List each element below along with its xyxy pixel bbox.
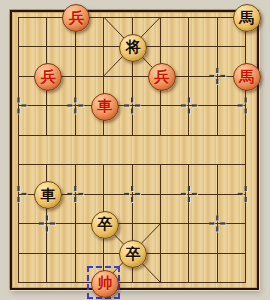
piece-black-general[interactable]: 将: [119, 34, 147, 62]
piece-black-soldier[interactable]: 卒: [119, 240, 147, 268]
piece-red-chariot[interactable]: 車: [91, 93, 119, 121]
piece-label: 車: [40, 188, 55, 203]
piece-label: 将: [126, 40, 141, 55]
piece-label: 兵: [69, 11, 84, 26]
piece-label: 卒: [126, 247, 141, 262]
piece-label: 馬: [239, 11, 254, 26]
piece-black-soldier[interactable]: 卒: [91, 211, 119, 239]
piece-label: 兵: [40, 70, 55, 85]
piece-label: 車: [97, 99, 112, 114]
piece-black-horse[interactable]: 馬: [233, 4, 261, 32]
piece-black-chariot[interactable]: 車: [34, 181, 62, 209]
piece-red-general[interactable]: 帅: [91, 270, 119, 298]
piece-label: 卒: [97, 217, 112, 232]
xiangqi-board[interactable]: 兵馬将兵兵馬車車卒卒帅: [10, 10, 259, 290]
piece-red-horse[interactable]: 馬: [233, 63, 261, 91]
xiangqi-app: 兵馬将兵兵馬車車卒卒帅: [0, 0, 270, 300]
piece-label: 馬: [239, 70, 254, 85]
piece-label: 兵: [154, 70, 169, 85]
piece-label: 帅: [97, 276, 112, 291]
piece-red-soldier[interactable]: 兵: [148, 63, 176, 91]
piece-red-soldier[interactable]: 兵: [34, 63, 62, 91]
